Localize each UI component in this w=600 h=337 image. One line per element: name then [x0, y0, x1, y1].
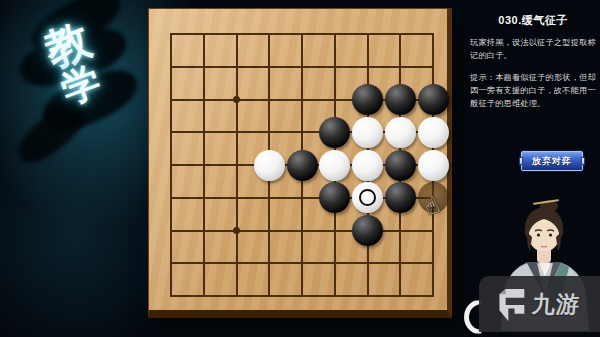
black-stone: [319, 117, 350, 148]
button-left-notch: [519, 157, 523, 165]
puzzle-description: 玩家持黑，设法以征子之型提取标记的白子。: [470, 36, 596, 62]
button-right-notch: [581, 157, 585, 165]
puzzle-title: 030.缓气征子: [468, 13, 598, 28]
black-stone: [319, 182, 350, 213]
black-stone: [385, 84, 416, 115]
white-stone-marked-last-move: [352, 182, 383, 213]
puzzle-hint: 提示：本题看似征子的形状，但却因一旁有支援的白子，故不能用一般征子的思维处理。: [470, 71, 596, 110]
resign-button-label: 放弃对弈: [532, 155, 572, 168]
grid-line-horizontal: [170, 295, 434, 297]
white-stone: [418, 117, 449, 148]
calligraphy-char-xue: 学: [54, 55, 107, 116]
go-board[interactable]: ☝: [148, 8, 452, 318]
ninegame-g-icon: [495, 286, 527, 322]
white-stone: [254, 150, 285, 181]
white-stone: [319, 150, 350, 181]
white-stone: [352, 150, 383, 181]
white-stone: [352, 117, 383, 148]
grid-line-horizontal: [170, 262, 434, 264]
black-stone: [352, 215, 383, 246]
black-stone: [418, 84, 449, 115]
black-stone: [287, 150, 318, 181]
game-screen: 教 学 ☝ 030.缓气征子 玩家持黑，设法以征子之型提取标记的白子。 提示：本…: [0, 0, 600, 337]
tutorial-calligraphy: 教 学: [30, 8, 120, 138]
white-stone: [418, 150, 449, 181]
ninegame-logo-text: 九游: [531, 289, 581, 320]
resign-button[interactable]: 放弃对弈: [521, 151, 583, 171]
black-stone: [385, 182, 416, 213]
black-stone: [385, 150, 416, 181]
watermark-band: 九游: [479, 276, 600, 332]
star-point: [233, 96, 240, 103]
grid-line-horizontal: [170, 230, 434, 232]
white-stone: [385, 117, 416, 148]
black-stone: [352, 84, 383, 115]
star-point: [233, 227, 240, 234]
